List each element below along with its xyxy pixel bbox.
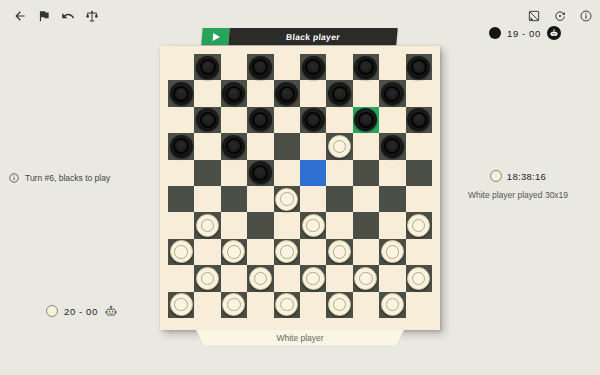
white-piece[interactable]	[249, 267, 272, 290]
light-square	[168, 212, 194, 238]
black-player-label: Black player	[228, 28, 397, 45]
light-square	[300, 292, 326, 318]
scales-icon[interactable]	[85, 9, 99, 23]
light-square	[194, 186, 220, 212]
black-piece[interactable]	[302, 56, 325, 79]
robot-filled-icon	[547, 26, 561, 40]
square-34[interactable]	[353, 212, 379, 238]
square-14[interactable]	[353, 107, 379, 133]
light-square	[274, 107, 300, 133]
light-square	[221, 265, 247, 291]
play-icon	[213, 33, 221, 41]
light-square	[221, 212, 247, 238]
black-piece[interactable]	[354, 108, 377, 131]
square-10[interactable]	[379, 80, 405, 106]
white-score: 20 - 00	[64, 306, 98, 317]
square-15[interactable]	[406, 107, 432, 133]
white-player-footer: White player	[196, 330, 404, 345]
square-45[interactable]	[406, 265, 432, 291]
black-piece[interactable]	[381, 135, 404, 158]
hide-image-icon[interactable]	[527, 9, 541, 23]
square-9[interactable]	[326, 80, 352, 106]
square-23[interactable]	[300, 160, 326, 186]
light-square	[406, 80, 432, 106]
square-31[interactable]	[194, 212, 220, 238]
light-square	[247, 292, 273, 318]
light-square	[406, 239, 432, 265]
black-piece[interactable]	[354, 56, 377, 79]
square-40[interactable]	[379, 239, 405, 265]
square-13[interactable]	[300, 107, 326, 133]
light-square	[194, 133, 220, 159]
square-50[interactable]	[379, 292, 405, 318]
light-square	[221, 107, 247, 133]
info-icon[interactable]	[579, 9, 593, 23]
white-piece[interactable]	[302, 214, 325, 237]
rotate-board-icon[interactable]	[553, 9, 567, 23]
turn-status: Turn #6, blacks to play	[8, 172, 110, 184]
square-41[interactable]	[194, 265, 220, 291]
light-square	[221, 160, 247, 186]
white-piece[interactable]	[170, 293, 193, 316]
square-44[interactable]	[353, 265, 379, 291]
white-piece[interactable]	[328, 135, 351, 158]
light-square	[274, 54, 300, 80]
light-square	[168, 54, 194, 80]
white-player-label: White player	[276, 333, 323, 343]
square-8[interactable]	[274, 80, 300, 106]
light-square	[300, 80, 326, 106]
black-player-header: Black player	[201, 28, 397, 45]
light-square	[379, 107, 405, 133]
square-30[interactable]	[379, 186, 405, 212]
square-49[interactable]	[326, 292, 352, 318]
black-piece[interactable]	[302, 108, 325, 131]
light-square	[326, 212, 352, 238]
flag-icon[interactable]	[37, 9, 51, 23]
black-piece[interactable]	[196, 56, 219, 79]
white-clock-panel: 18:38:16 White player played 30x19	[440, 170, 596, 200]
light-square	[247, 186, 273, 212]
square-48[interactable]	[274, 292, 300, 318]
black-piece[interactable]	[407, 108, 430, 131]
square-42[interactable]	[247, 265, 273, 291]
light-square	[274, 265, 300, 291]
square-25[interactable]	[406, 160, 432, 186]
light-square	[353, 133, 379, 159]
white-piece[interactable]	[381, 240, 404, 263]
light-square	[247, 133, 273, 159]
toolbar-left	[13, 9, 99, 23]
black-piece[interactable]	[249, 161, 272, 184]
black-piece[interactable]	[222, 82, 245, 105]
light-square	[274, 160, 300, 186]
draughts-board	[160, 46, 440, 330]
square-20[interactable]	[379, 133, 405, 159]
robot-outline-icon	[104, 304, 118, 318]
white-piece[interactable]	[196, 214, 219, 237]
white-piece[interactable]	[275, 188, 298, 211]
white-piece[interactable]	[170, 240, 193, 263]
light-square	[379, 160, 405, 186]
white-piece[interactable]	[302, 267, 325, 290]
light-square	[326, 160, 352, 186]
light-square	[300, 239, 326, 265]
black-piece[interactable]	[170, 82, 193, 105]
square-24[interactable]	[353, 160, 379, 186]
white-piece-icon	[46, 305, 58, 317]
square-37[interactable]	[221, 239, 247, 265]
square-29[interactable]	[326, 186, 352, 212]
light-square	[379, 212, 405, 238]
light-square	[406, 292, 432, 318]
black-piece[interactable]	[196, 108, 219, 131]
light-square	[247, 239, 273, 265]
square-33[interactable]	[300, 212, 326, 238]
square-39[interactable]	[326, 239, 352, 265]
black-piece[interactable]	[407, 56, 430, 79]
square-36[interactable]	[168, 239, 194, 265]
light-square	[379, 54, 405, 80]
light-square	[168, 107, 194, 133]
white-piece[interactable]	[407, 267, 430, 290]
square-21[interactable]	[194, 160, 220, 186]
white-piece[interactable]	[328, 240, 351, 263]
square-17[interactable]	[221, 133, 247, 159]
square-18[interactable]	[274, 133, 300, 159]
white-score-row: 20 - 00	[46, 304, 118, 318]
square-19[interactable]	[326, 133, 352, 159]
black-score: 19 - 00	[507, 28, 541, 39]
light-square	[168, 160, 194, 186]
square-38[interactable]	[274, 239, 300, 265]
light-square	[300, 133, 326, 159]
square-12[interactable]	[247, 107, 273, 133]
square-28[interactable]	[274, 186, 300, 212]
black-piece-icon	[489, 27, 501, 39]
white-piece[interactable]	[222, 293, 245, 316]
light-square	[221, 54, 247, 80]
black-piece[interactable]	[328, 82, 351, 105]
square-35[interactable]	[406, 212, 432, 238]
light-square	[194, 80, 220, 106]
black-piece[interactable]	[249, 56, 272, 79]
square-27[interactable]	[221, 186, 247, 212]
square-1[interactable]	[194, 54, 220, 80]
white-piece[interactable]	[381, 293, 404, 316]
white-piece[interactable]	[275, 240, 298, 263]
white-piece-icon	[490, 170, 502, 182]
white-piece[interactable]	[407, 214, 430, 237]
light-square	[353, 186, 379, 212]
black-piece[interactable]	[381, 82, 404, 105]
black-score-row: 19 - 00	[489, 26, 561, 40]
square-2[interactable]	[247, 54, 273, 80]
square-3[interactable]	[300, 54, 326, 80]
info-small-icon	[8, 172, 20, 184]
light-square	[353, 80, 379, 106]
light-square	[406, 186, 432, 212]
square-47[interactable]	[221, 292, 247, 318]
black-piece[interactable]	[222, 135, 245, 158]
light-square	[326, 107, 352, 133]
white-piece[interactable]	[196, 267, 219, 290]
light-square	[326, 265, 352, 291]
square-32[interactable]	[247, 212, 273, 238]
black-piece[interactable]	[249, 108, 272, 131]
white-piece[interactable]	[275, 293, 298, 316]
light-square	[326, 54, 352, 80]
light-square	[379, 265, 405, 291]
square-5[interactable]	[406, 54, 432, 80]
last-move-text: White player played 30x19	[468, 190, 568, 200]
toolbar-right	[527, 9, 593, 23]
light-square	[300, 186, 326, 212]
square-22[interactable]	[247, 160, 273, 186]
square-46[interactable]	[168, 292, 194, 318]
light-square	[274, 212, 300, 238]
white-piece[interactable]	[222, 240, 245, 263]
square-4[interactable]	[353, 54, 379, 80]
white-clock: 18:38:16	[507, 171, 546, 182]
back-icon[interactable]	[13, 9, 27, 23]
black-piece[interactable]	[170, 135, 193, 158]
light-square	[406, 133, 432, 159]
undo-icon[interactable]	[61, 9, 75, 23]
light-square	[194, 292, 220, 318]
light-square	[353, 239, 379, 265]
square-26[interactable]	[168, 186, 194, 212]
light-square	[194, 239, 220, 265]
square-11[interactable]	[194, 107, 220, 133]
white-clock-row: 18:38:16	[490, 170, 546, 182]
light-square	[168, 265, 194, 291]
light-square	[353, 292, 379, 318]
turn-status-text: Turn #6, blacks to play	[25, 173, 110, 183]
white-piece[interactable]	[328, 293, 351, 316]
black-piece[interactable]	[275, 82, 298, 105]
square-16[interactable]	[168, 133, 194, 159]
square-6[interactable]	[168, 80, 194, 106]
white-piece[interactable]	[354, 267, 377, 290]
light-square	[247, 80, 273, 106]
square-7[interactable]	[221, 80, 247, 106]
square-43[interactable]	[300, 265, 326, 291]
play-button[interactable]	[201, 28, 229, 45]
